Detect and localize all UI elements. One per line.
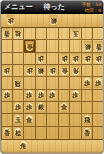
gote-piece-歩[interactable]: 歩 bbox=[83, 53, 92, 64]
sente-piece-歩[interactable]: 歩 bbox=[36, 90, 45, 101]
gote-piece-桂[interactable]: 桂 bbox=[13, 28, 22, 39]
board-cell-8b[interactable] bbox=[13, 40, 25, 52]
move-count-label: 手数：54 bbox=[82, 2, 101, 7]
board-cell-7h[interactable]: 金 bbox=[24, 114, 36, 126]
gote-piece-玉[interactable]: 玉 bbox=[71, 28, 80, 39]
gote-piece-香[interactable]: 香 bbox=[2, 28, 11, 39]
board-cell-8h[interactable]: 玉 bbox=[13, 114, 25, 126]
gote-piece-銀[interactable]: 銀 bbox=[83, 41, 92, 52]
board-cell-2a[interactable] bbox=[82, 28, 94, 40]
piece-kanji: 金 bbox=[26, 117, 32, 123]
piece-kanji: 歩 bbox=[96, 55, 102, 61]
piece-kanji: 歩 bbox=[96, 80, 102, 86]
piece-kanji: 歩 bbox=[73, 92, 79, 98]
board-cell-5e[interactable] bbox=[47, 77, 59, 89]
board-cell-5d[interactable]: 歩 bbox=[47, 65, 59, 77]
board-cell-8i[interactable]: 桂 bbox=[13, 127, 25, 139]
piece-kanji: 香 bbox=[4, 31, 10, 37]
sente-hand-piece-角[interactable]: 角 bbox=[19, 141, 28, 152]
piece-kanji: 歩 bbox=[38, 55, 44, 61]
board-cell-7e[interactable] bbox=[24, 77, 36, 89]
sente-captured-tray: 角 bbox=[1, 140, 103, 154]
sente-piece-金[interactable]: 金 bbox=[60, 102, 69, 113]
board-cell-3g[interactable] bbox=[70, 102, 82, 114]
board-cell-4g[interactable]: 金 bbox=[59, 102, 71, 114]
top-bar: メニュー 待った 手数：54 時間：8 bbox=[1, 1, 103, 14]
board-cell-8d[interactable] bbox=[13, 65, 25, 77]
board-cell-9b[interactable] bbox=[1, 40, 13, 52]
piece-kanji: 歩 bbox=[26, 105, 32, 111]
piece-kanji: 歩 bbox=[49, 68, 55, 74]
board-cell-9f[interactable]: 歩 bbox=[1, 90, 13, 102]
board-cell-6c[interactable]: 歩 bbox=[36, 53, 48, 65]
gote-piece-香[interactable]: 香 bbox=[94, 41, 103, 52]
board-cell-6b[interactable] bbox=[36, 40, 48, 52]
board-cell-1a[interactable] bbox=[93, 28, 104, 40]
gote-captured-tray: 歩銀 bbox=[1, 14, 103, 27]
piece-kanji: 桂 bbox=[15, 31, 21, 37]
gote-piece-歩[interactable]: 歩 bbox=[48, 65, 57, 76]
board-cell-4i[interactable] bbox=[59, 127, 71, 139]
sente-piece-歩[interactable]: 歩 bbox=[83, 78, 92, 89]
board-cell-1f[interactable] bbox=[93, 90, 104, 102]
board-cell-9i[interactable]: 香 bbox=[1, 127, 13, 139]
sente-piece-銀[interactable]: 銀 bbox=[36, 102, 45, 113]
board-cell-4b[interactable] bbox=[59, 40, 71, 52]
board-cell-6a[interactable] bbox=[36, 28, 48, 40]
game-stats: 手数：54 時間：8 bbox=[82, 2, 101, 12]
board-cell-2d[interactable] bbox=[82, 65, 94, 77]
gote-piece-飛[interactable]: 飛 bbox=[13, 78, 22, 89]
piece-kanji: 歩 bbox=[4, 92, 10, 98]
board-cell-3i[interactable] bbox=[70, 127, 82, 139]
time-label: 時間：8 bbox=[82, 8, 101, 13]
board-cell-4e[interactable] bbox=[59, 77, 71, 89]
board-cell-3a[interactable]: 玉 bbox=[70, 28, 82, 40]
board-cell-6f[interactable]: 歩 bbox=[36, 90, 48, 102]
board-cell-2e[interactable]: 歩 bbox=[82, 77, 94, 89]
board-cell-8g[interactable]: 歩 bbox=[13, 102, 25, 114]
board-cell-7b[interactable]: 金 bbox=[24, 40, 36, 52]
piece-kanji: 歩 bbox=[26, 92, 32, 98]
piece-kanji: 角 bbox=[21, 143, 27, 149]
board-cell-1b[interactable]: 香 bbox=[93, 40, 104, 52]
sente-piece-歩[interactable]: 歩 bbox=[94, 78, 103, 89]
board-cell-7a[interactable] bbox=[24, 28, 36, 40]
piece-kanji: 銀 bbox=[38, 68, 44, 74]
board-cell-8f[interactable] bbox=[13, 90, 25, 102]
board-cell-9g[interactable] bbox=[1, 102, 13, 114]
board-cell-4f[interactable] bbox=[59, 90, 71, 102]
piece-kanji: 金 bbox=[26, 43, 32, 49]
piece-kanji: 飛 bbox=[84, 117, 90, 123]
board-cell-1c[interactable]: 歩 bbox=[93, 53, 104, 65]
board-cell-2b[interactable]: 銀 bbox=[82, 40, 94, 52]
sente-piece-香[interactable]: 香 bbox=[83, 128, 92, 139]
board-cell-9d[interactable]: 歩 bbox=[1, 65, 13, 77]
piece-kanji: 歩 bbox=[84, 80, 90, 86]
piece-kanji: 歩 bbox=[38, 92, 44, 98]
board-cell-9e[interactable] bbox=[1, 77, 13, 89]
piece-kanji: 歩 bbox=[8, 17, 14, 23]
board-cell-7d[interactable]: 歩 bbox=[24, 65, 36, 77]
board-cell-4d[interactable]: 金 bbox=[59, 65, 71, 77]
piece-kanji: 香 bbox=[84, 130, 90, 136]
board-cell-2i[interactable]: 香 bbox=[82, 127, 94, 139]
board-cell-3f[interactable]: 歩 bbox=[70, 90, 82, 102]
gote-piece-歩[interactable]: 歩 bbox=[60, 53, 69, 64]
board-cell-7g[interactable]: 歩 bbox=[24, 102, 36, 114]
board-cell-8e[interactable]: 飛 bbox=[13, 77, 25, 89]
board-cell-1d[interactable] bbox=[93, 65, 104, 77]
board-cell-4a[interactable] bbox=[59, 28, 71, 40]
gote-piece-歩[interactable]: 歩 bbox=[36, 53, 45, 64]
piece-kanji: 金 bbox=[61, 105, 67, 111]
gote-piece-歩[interactable]: 歩 bbox=[2, 65, 11, 76]
gote-piece-歩[interactable]: 歩 bbox=[25, 65, 34, 76]
board-cell-9c[interactable] bbox=[1, 53, 13, 65]
sente-piece-歩[interactable]: 歩 bbox=[13, 102, 22, 113]
piece-kanji: 玉 bbox=[73, 31, 79, 37]
piece-kanji: 歩 bbox=[49, 92, 55, 98]
menu-button[interactable]: メニュー bbox=[4, 4, 33, 11]
board-cell-3b[interactable] bbox=[70, 40, 82, 52]
board-cell-5i[interactable] bbox=[47, 127, 59, 139]
gote-piece-歩[interactable]: 歩 bbox=[94, 53, 103, 64]
sente-piece-飛[interactable]: 飛 bbox=[83, 115, 92, 126]
sente-piece-歩[interactable]: 歩 bbox=[2, 90, 11, 101]
piece-kanji: 香 bbox=[4, 130, 10, 136]
board-cell-6e[interactable] bbox=[36, 77, 48, 89]
piece-kanji: 金 bbox=[61, 68, 67, 74]
board-cell-6g[interactable]: 銀 bbox=[36, 102, 48, 114]
board-cell-2c[interactable]: 歩 bbox=[82, 53, 94, 65]
board-cell-9h[interactable] bbox=[1, 114, 13, 126]
piece-kanji: 銀 bbox=[84, 43, 90, 49]
board-cell-7f[interactable]: 歩 bbox=[24, 90, 36, 102]
gote-piece-銀[interactable]: 銀 bbox=[36, 65, 45, 76]
board-cell-6h[interactable] bbox=[36, 114, 48, 126]
piece-kanji: 飛 bbox=[15, 80, 21, 86]
board-cell-6d[interactable]: 銀 bbox=[36, 65, 48, 77]
piece-kanji: 銀 bbox=[38, 105, 44, 111]
board-cell-6i[interactable] bbox=[36, 127, 48, 139]
board-cell-3c[interactable]: 歩 bbox=[70, 53, 82, 65]
piece-kanji: 玉 bbox=[15, 117, 21, 123]
board-cell-5c[interactable] bbox=[47, 53, 59, 65]
undo-button[interactable]: 待った bbox=[44, 4, 65, 11]
sente-piece-玉[interactable]: 玉 bbox=[13, 115, 22, 126]
piece-kanji: 歩 bbox=[84, 55, 90, 61]
board-cell-5h[interactable] bbox=[47, 114, 59, 126]
board-cell-7c[interactable] bbox=[24, 53, 36, 65]
sente-piece-歩[interactable]: 歩 bbox=[25, 102, 34, 113]
board-cell-7i[interactable] bbox=[24, 127, 36, 139]
piece-kanji: 歩 bbox=[61, 55, 67, 61]
sente-piece-歩[interactable]: 歩 bbox=[48, 90, 57, 101]
board-cell-8a[interactable]: 桂 bbox=[13, 28, 25, 40]
piece-kanji: 角 bbox=[73, 68, 79, 74]
gote-piece-歩[interactable]: 歩 bbox=[71, 53, 80, 64]
piece-kanji: 歩 bbox=[73, 55, 79, 61]
piece-kanji: 歩 bbox=[4, 68, 10, 74]
board-cell-5g[interactable] bbox=[47, 102, 59, 114]
shogi-board: 香桂玉金銀香歩歩歩歩歩歩歩銀歩金角飛歩歩歩歩歩歩歩歩歩銀金玉金飛香桂香 bbox=[1, 27, 104, 140]
piece-kanji: 香 bbox=[96, 43, 102, 49]
sente-piece-歩[interactable]: 歩 bbox=[71, 90, 80, 101]
gote-hand-piece-歩[interactable]: 歩 bbox=[6, 15, 15, 26]
board-cell-3d[interactable]: 角 bbox=[70, 65, 82, 77]
board-cell-5f[interactable]: 歩 bbox=[47, 90, 59, 102]
piece-kanji: 歩 bbox=[26, 68, 32, 74]
board-cell-2f[interactable] bbox=[82, 90, 94, 102]
board-cell-5b[interactable] bbox=[47, 40, 59, 52]
gote-piece-角[interactable]: 角 bbox=[71, 65, 80, 76]
board-cell-4h[interactable] bbox=[59, 114, 71, 126]
board-cell-2g[interactable] bbox=[82, 102, 94, 114]
sente-piece-桂[interactable]: 桂 bbox=[13, 128, 22, 139]
sente-piece-歩[interactable]: 歩 bbox=[25, 90, 34, 101]
board-cell-9a[interactable]: 香 bbox=[1, 28, 13, 40]
piece-kanji: 桂 bbox=[15, 130, 21, 136]
gote-hand-piece-銀[interactable]: 銀 bbox=[49, 15, 58, 26]
gote-piece-金[interactable]: 金 bbox=[60, 65, 69, 76]
board-cell-8c[interactable] bbox=[13, 53, 25, 65]
board-cell-3e[interactable] bbox=[70, 77, 82, 89]
board-cell-1g[interactable] bbox=[93, 102, 104, 114]
gote-piece-金[interactable]: 金 bbox=[25, 41, 34, 52]
piece-kanji: 歩 bbox=[15, 105, 21, 111]
shogi-app-screen: メニュー 待った 手数：54 時間：8 歩銀 香桂玉金銀香歩歩歩歩歩歩歩銀歩金角… bbox=[0, 0, 104, 154]
sente-piece-金[interactable]: 金 bbox=[25, 115, 34, 126]
board-cell-3h[interactable] bbox=[70, 114, 82, 126]
sente-piece-香[interactable]: 香 bbox=[2, 128, 11, 139]
board-cell-1i[interactable] bbox=[93, 127, 104, 139]
board-cell-4c[interactable]: 歩 bbox=[59, 53, 71, 65]
piece-kanji: 銀 bbox=[51, 17, 57, 23]
board-cell-1h[interactable] bbox=[93, 114, 104, 126]
board-cell-2h[interactable]: 飛 bbox=[82, 114, 94, 126]
board-cell-5a[interactable] bbox=[47, 28, 59, 40]
board-cell-1e[interactable]: 歩 bbox=[93, 77, 104, 89]
